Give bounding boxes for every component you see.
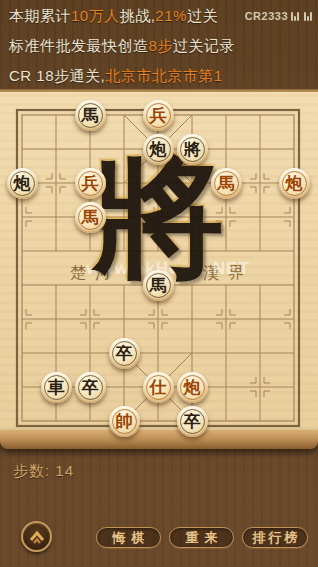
piece-black-炮[interactable]: 炮 xyxy=(7,168,38,199)
piece-red-兵[interactable]: 兵 xyxy=(75,168,106,199)
undo-move-button[interactable]: 悔棋 xyxy=(96,527,161,548)
piece-black-將[interactable]: 將 xyxy=(177,134,208,165)
piece-black-卒[interactable]: 卒 xyxy=(177,406,208,437)
up-chevron-icon xyxy=(27,528,47,546)
center-emblem-jiang: 將 xyxy=(92,151,224,283)
restart-button[interactable]: 重来 xyxy=(169,527,234,548)
step-counter: 步数: 14 xyxy=(13,462,74,481)
leaderboard-button[interactable]: 排行榜 xyxy=(242,527,308,548)
bilibili-logo-icon xyxy=(291,12,312,21)
piece-red-炮[interactable]: 炮 xyxy=(279,168,310,199)
piece-red-兵[interactable]: 兵 xyxy=(143,100,174,131)
piece-black-馬[interactable]: 馬 xyxy=(75,100,106,131)
header-line-1: 本期累计10万人挑战,21%过关 xyxy=(9,7,218,26)
collapse-panel-button[interactable] xyxy=(21,521,52,552)
corner-watermark: CR2333 xyxy=(245,10,312,22)
piece-black-卒[interactable]: 卒 xyxy=(75,372,106,403)
xiangqi-app: 本期累计10万人挑战,21%过关 标准件批发最快创造8步过关记录 CR 18步通… xyxy=(0,0,318,567)
piece-black-馬[interactable]: 馬 xyxy=(143,270,174,301)
board[interactable]: 楚河 漢界 www.pkHome.NET 將 馬兵炮將炮兵馬炮馬馬卒車卒仕炮帥卒 xyxy=(0,92,318,430)
header: 本期累计10万人挑战,21%过关 标准件批发最快创造8步过关记录 CR 18步通… xyxy=(0,0,318,90)
piece-black-車[interactable]: 車 xyxy=(41,372,72,403)
piece-black-炮[interactable]: 炮 xyxy=(143,134,174,165)
header-line-2: 标准件批发最快创造8步过关记录 xyxy=(9,37,235,56)
piece-red-仕[interactable]: 仕 xyxy=(143,372,174,403)
header-line-3: CR 18步通关,北京市北京市第1 xyxy=(9,67,223,86)
piece-red-帥[interactable]: 帥 xyxy=(109,406,140,437)
piece-red-炮[interactable]: 炮 xyxy=(177,372,208,403)
piece-black-卒[interactable]: 卒 xyxy=(109,338,140,369)
piece-red-馬[interactable]: 馬 xyxy=(211,168,242,199)
board-base xyxy=(0,430,318,449)
piece-red-馬[interactable]: 馬 xyxy=(75,202,106,233)
watermark-id: CR2333 xyxy=(245,10,288,22)
